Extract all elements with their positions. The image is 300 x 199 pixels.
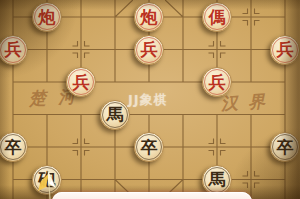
piece-red-炮-c2r3[interactable]: 炮 — [32, 2, 62, 32]
piece-red-兵-c9r4[interactable]: 兵 — [270, 35, 300, 65]
piece-red-兵-c7r5[interactable]: 兵 — [202, 67, 232, 97]
app-watermark: JJ象棋 — [128, 91, 168, 109]
piece-black-馬-c7r8[interactable]: 馬 — [202, 165, 232, 195]
piece-black-卒-c1r7[interactable]: 卒 — [0, 132, 28, 162]
piece-black-馬-c4r6[interactable]: 馬 — [100, 100, 130, 130]
piece-black-卒-c9r7[interactable]: 卒 — [270, 132, 300, 162]
piece-red-兵-c3r5[interactable]: 兵 — [66, 67, 96, 97]
xiangqi-board: 楚河 汉界 炮炮傌兵兵兵兵兵馬卒卒卒砲馬 JJ象棋 — [0, 0, 300, 199]
bottom-dialog-edge[interactable] — [52, 192, 252, 199]
piece-red-兵-c5r4[interactable]: 兵 — [134, 35, 164, 65]
game-cursor-icon — [36, 170, 62, 199]
piece-red-炮-c5r3[interactable]: 炮 — [134, 2, 164, 32]
piece-black-卒-c5r7[interactable]: 卒 — [134, 132, 164, 162]
piece-red-兵-c1r4[interactable]: 兵 — [0, 35, 28, 65]
piece-red-傌-c7r3[interactable]: 傌 — [202, 2, 232, 32]
